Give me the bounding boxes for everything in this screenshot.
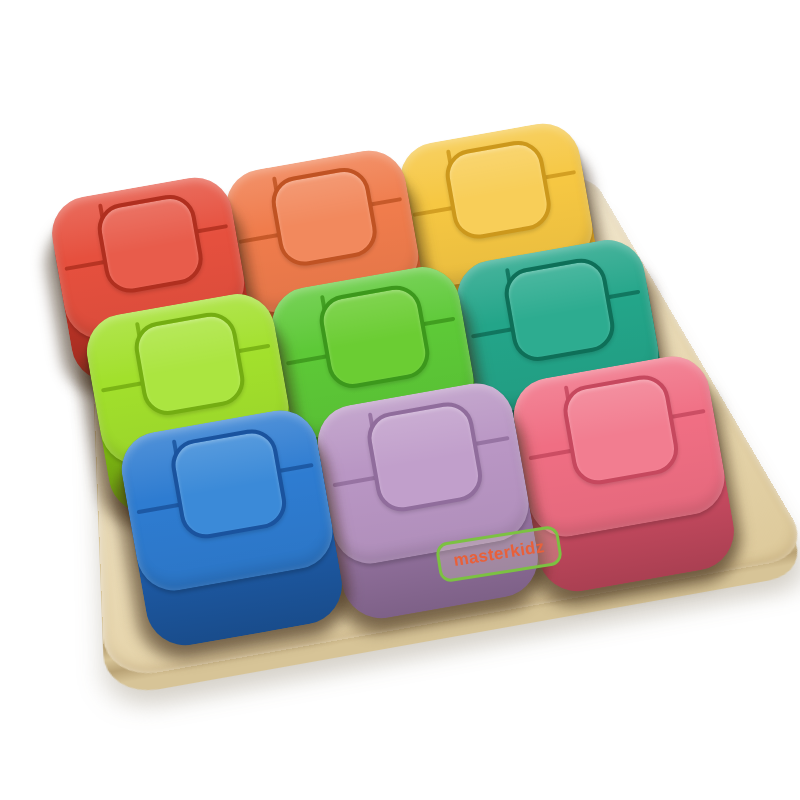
piece-seam-left (286, 354, 332, 366)
piece-center-block[interactable] (93, 191, 206, 297)
piece-seam-left (471, 327, 517, 339)
piece-seam-left (528, 448, 575, 460)
piece-seam-left (332, 475, 379, 487)
piece-seam-left (413, 206, 457, 218)
piece-outer-blocks[interactable] (116, 404, 339, 596)
piece-center-block[interactable] (441, 137, 554, 243)
piece-seam-left (101, 381, 147, 393)
piece-center-block[interactable] (315, 281, 433, 392)
piece-center-block[interactable] (363, 399, 486, 515)
piece-seam-left (136, 502, 183, 514)
piece-center-block[interactable] (500, 254, 618, 365)
piece-outer-blocks[interactable] (508, 350, 731, 542)
piece-seam-left (65, 260, 109, 272)
piece-seam-left (239, 233, 283, 245)
brand-logo-text: masterkidz (452, 537, 546, 571)
piece-blue[interactable] (116, 404, 348, 651)
piece-center-block[interactable] (559, 372, 682, 488)
piece-center-block[interactable] (267, 164, 380, 270)
piece-center-block[interactable] (130, 308, 248, 419)
piece-center-block[interactable] (167, 426, 290, 542)
product-photo-scene: masterkidz (0, 0, 800, 800)
